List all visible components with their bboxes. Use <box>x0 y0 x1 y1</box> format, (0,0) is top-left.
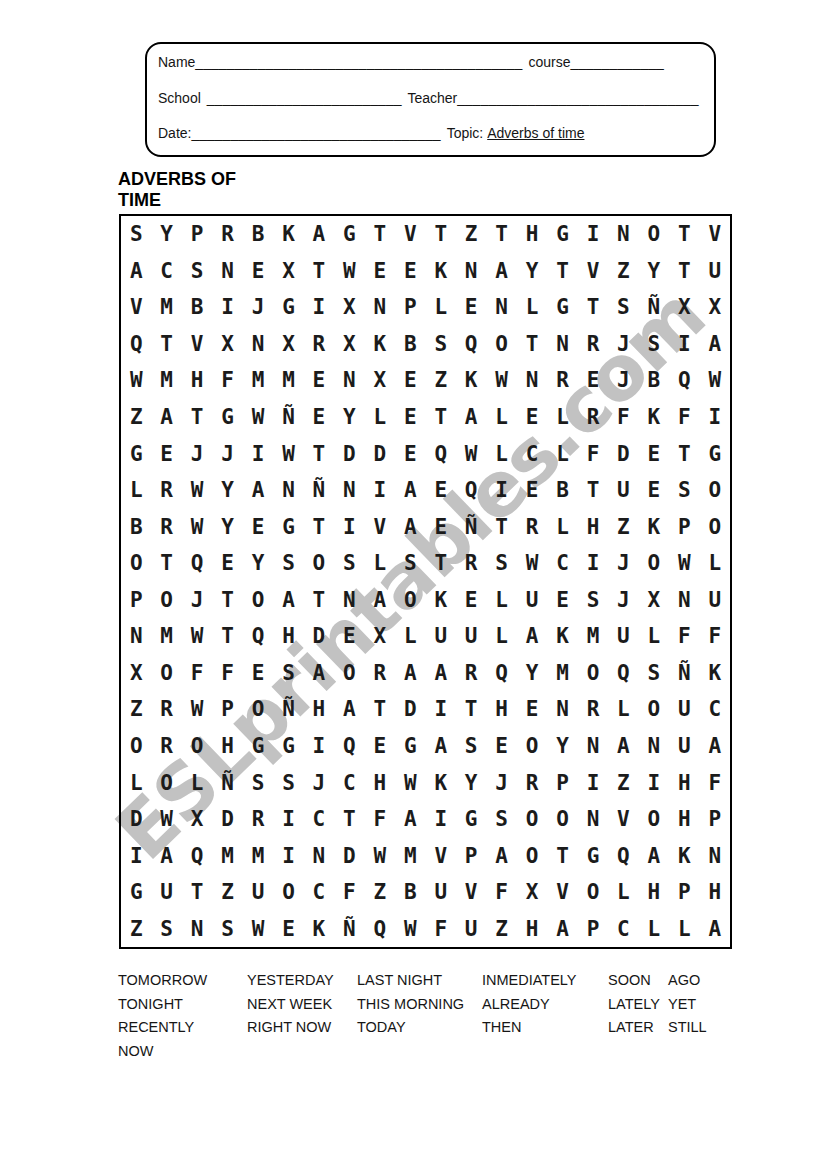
grid-cell-r11c5: O <box>243 581 273 618</box>
grid-cell-r14c10: D <box>395 691 425 728</box>
grid-cell-r14c4: P <box>212 691 242 728</box>
grid-cell-r18c16: G <box>578 837 608 874</box>
grid-cell-r7c9: D <box>365 435 395 472</box>
grid-cell-r3c2: M <box>151 289 181 326</box>
grid-cell-r5c9: X <box>365 362 395 399</box>
grid-cell-r3c4: I <box>212 289 242 326</box>
grid-cell-r13c15: M <box>547 655 577 692</box>
word-list-item: TOMORROW <box>118 969 207 993</box>
grid-cell-r12c11: U <box>426 618 456 655</box>
grid-cell-r15c8: Q <box>334 728 364 765</box>
grid-cell-r2c14: Y <box>517 253 547 290</box>
grid-cell-r6c16: R <box>578 399 608 436</box>
grid-cell-r16c13: J <box>486 764 516 801</box>
grid-cell-r13c9: R <box>365 655 395 692</box>
grid-cell-r12c7: D <box>304 618 334 655</box>
grid-cell-r16c12: Y <box>456 764 486 801</box>
grid-cell-r18c10: M <box>395 837 425 874</box>
grid-cell-r17c6: I <box>273 801 303 838</box>
grid-cell-r5c15: R <box>547 362 577 399</box>
grid-cell-r19c13: F <box>486 874 516 911</box>
grid-cell-r10c2: T <box>151 545 181 582</box>
word-list-item: NOW <box>118 1040 207 1064</box>
grid-cell-r2c4: N <box>212 253 242 290</box>
grid-cell-r10c9: L <box>365 545 395 582</box>
grid-cell-r16c19: H <box>669 764 699 801</box>
grid-cell-r8c18: E <box>639 472 669 509</box>
name-blank-field[interactable]: ________________________________________… <box>195 54 522 70</box>
grid-cell-r8c14: E <box>517 472 547 509</box>
grid-cell-r12c13: L <box>486 618 516 655</box>
grid-cell-r14c20: C <box>700 691 730 728</box>
grid-cell-r8c3: W <box>182 472 212 509</box>
grid-cell-r4c12: Q <box>456 326 486 363</box>
grid-cell-r11c10: O <box>395 581 425 618</box>
grid-cell-r1c5: B <box>243 216 273 253</box>
teacher-blank-field[interactable]: _______________________________ <box>457 90 698 106</box>
grid-cell-r17c1: D <box>121 801 151 838</box>
grid-cell-r6c7: E <box>304 399 334 436</box>
grid-cell-r15c6: G <box>273 728 303 765</box>
grid-cell-r17c4: D <box>212 801 242 838</box>
grid-cell-r2c6: X <box>273 253 303 290</box>
grid-cell-r19c19: P <box>669 874 699 911</box>
grid-cell-r12c14: A <box>517 618 547 655</box>
grid-cell-r20c1: Z <box>121 910 151 947</box>
grid-cell-r7c8: D <box>334 435 364 472</box>
grid-cell-r10c15: C <box>547 545 577 582</box>
grid-cell-r15c14: O <box>517 728 547 765</box>
grid-cell-r14c13: H <box>486 691 516 728</box>
grid-cell-r16c4: Ñ <box>212 764 242 801</box>
grid-cell-r5c13: W <box>486 362 516 399</box>
form-line-name: Name____________________________________… <box>158 54 664 70</box>
grid-cell-r19c18: H <box>639 874 669 911</box>
grid-cell-r3c1: V <box>121 289 151 326</box>
grid-cell-r16c17: Z <box>608 764 638 801</box>
grid-cell-r6c3: T <box>182 399 212 436</box>
grid-cell-r6c11: T <box>426 399 456 436</box>
grid-cell-r2c1: A <box>121 253 151 290</box>
grid-cell-r12c17: U <box>608 618 638 655</box>
grid-cell-r1c16: I <box>578 216 608 253</box>
grid-cell-r19c2: U <box>151 874 181 911</box>
grid-cell-r20c16: P <box>578 910 608 947</box>
grid-cell-r4c9: K <box>365 326 395 363</box>
grid-cell-r10c10: S <box>395 545 425 582</box>
grid-cell-r14c6: Ñ <box>273 691 303 728</box>
word-list-item: THIS MORNING <box>357 993 464 1017</box>
grid-cell-r17c3: X <box>182 801 212 838</box>
grid-cell-r5c14: N <box>517 362 547 399</box>
word-list-item: INMEDIATELY <box>482 969 577 993</box>
grid-cell-r13c6: S <box>273 655 303 692</box>
grid-cell-r5c12: K <box>456 362 486 399</box>
grid-cell-r19c9: Z <box>365 874 395 911</box>
grid-cell-r2c17: Z <box>608 253 638 290</box>
grid-cell-r5c16: E <box>578 362 608 399</box>
grid-cell-r3c14: L <box>517 289 547 326</box>
grid-cell-r1c17: N <box>608 216 638 253</box>
date-blank-field[interactable]: ________________________________ <box>191 125 440 141</box>
grid-cell-r2c20: U <box>700 253 730 290</box>
grid-cell-r13c12: R <box>456 655 486 692</box>
grid-cell-r10c7: O <box>304 545 334 582</box>
grid-cell-r9c14: R <box>517 508 547 545</box>
grid-cell-r11c9: A <box>365 581 395 618</box>
grid-cell-r9c20: O <box>700 508 730 545</box>
grid-cell-r4c17: J <box>608 326 638 363</box>
grid-cell-r13c11: A <box>426 655 456 692</box>
grid-cell-r12c9: X <box>365 618 395 655</box>
grid-cell-r8c9: I <box>365 472 395 509</box>
grid-cell-r11c1: P <box>121 581 151 618</box>
grid-cell-r20c5: W <box>243 910 273 947</box>
grid-cell-r20c6: E <box>273 910 303 947</box>
grid-cell-r1c8: G <box>334 216 364 253</box>
grid-cell-r1c9: T <box>365 216 395 253</box>
grid-cell-r19c11: U <box>426 874 456 911</box>
grid-cell-r8c19: S <box>669 472 699 509</box>
grid-cell-r12c10: L <box>395 618 425 655</box>
grid-cell-r8c13: I <box>486 472 516 509</box>
grid-cell-r6c18: K <box>639 399 669 436</box>
grid-cell-r12c6: H <box>273 618 303 655</box>
grid-cell-r11c19: N <box>669 581 699 618</box>
grid-cell-r7c16: F <box>578 435 608 472</box>
grid-cell-r15c7: I <box>304 728 334 765</box>
grid-cell-r17c15: O <box>547 801 577 838</box>
grid-cell-r8c15: B <box>547 472 577 509</box>
grid-cell-r17c18: O <box>639 801 669 838</box>
grid-cell-r12c8: E <box>334 618 364 655</box>
grid-cell-r10c12: R <box>456 545 486 582</box>
grid-cell-r8c6: N <box>273 472 303 509</box>
grid-cell-r6c19: F <box>669 399 699 436</box>
grid-cell-r9c3: W <box>182 508 212 545</box>
grid-cell-r4c5: N <box>243 326 273 363</box>
grid-cell-r1c4: R <box>212 216 242 253</box>
grid-cell-r7c12: W <box>456 435 486 472</box>
grid-cell-r20c2: S <box>151 910 181 947</box>
grid-cell-r13c2: O <box>151 655 181 692</box>
school-blank-field[interactable]: _________________________ <box>207 90 402 106</box>
grid-cell-r14c18: O <box>639 691 669 728</box>
grid-cell-r15c17: A <box>608 728 638 765</box>
grid-cell-r11c2: O <box>151 581 181 618</box>
grid-cell-r9c17: Z <box>608 508 638 545</box>
name-label: Name <box>158 54 195 70</box>
grid-cell-r3c10: P <box>395 289 425 326</box>
school-label: School <box>158 90 201 106</box>
grid-cell-r7c2: E <box>151 435 181 472</box>
grid-cell-r4c8: X <box>334 326 364 363</box>
grid-cell-r4c7: R <box>304 326 334 363</box>
grid-cell-r19c6: O <box>273 874 303 911</box>
grid-cell-r6c9: L <box>365 399 395 436</box>
grid-cell-r11c7: T <box>304 581 334 618</box>
word-list-column-1: TOMORROWTONIGHTRECENTLYNOW <box>118 969 207 1063</box>
grid-cell-r1c13: T <box>486 216 516 253</box>
grid-cell-r16c2: O <box>151 764 181 801</box>
grid-cell-r16c11: K <box>426 764 456 801</box>
grid-cell-r12c1: N <box>121 618 151 655</box>
word-list-item: ALREADY <box>482 993 577 1017</box>
word-list-column-2: YESTERDAYNEXT WEEKRIGHT NOW <box>247 969 334 1040</box>
grid-cell-r13c10: A <box>395 655 425 692</box>
grid-cell-r4c4: X <box>212 326 242 363</box>
grid-cell-r15c9: E <box>365 728 395 765</box>
grid-cell-r18c9: W <box>365 837 395 874</box>
grid-cell-r3c17: S <box>608 289 638 326</box>
grid-cell-r9c7: T <box>304 508 334 545</box>
grid-cell-r7c7: T <box>304 435 334 472</box>
word-list-item: YET <box>668 993 707 1017</box>
grid-cell-r2c18: Y <box>639 253 669 290</box>
grid-cell-r20c12: U <box>456 910 486 947</box>
grid-cell-r5c4: F <box>212 362 242 399</box>
grid-cell-r4c14: T <box>517 326 547 363</box>
grid-cell-r6c2: A <box>151 399 181 436</box>
form-line-school: School_________________________Teacher__… <box>158 90 699 106</box>
grid-cell-r18c18: A <box>639 837 669 874</box>
grid-cell-r14c19: U <box>669 691 699 728</box>
word-list-item: AGO <box>668 969 707 993</box>
word-list-item: YESTERDAY <box>247 969 334 993</box>
grid-cell-r11c16: S <box>578 581 608 618</box>
grid-cell-r1c3: P <box>182 216 212 253</box>
grid-cell-r13c8: O <box>334 655 364 692</box>
grid-cell-r8c20: O <box>700 472 730 509</box>
grid-cell-r19c5: U <box>243 874 273 911</box>
grid-cell-r18c5: M <box>243 837 273 874</box>
grid-cell-r8c17: U <box>608 472 638 509</box>
grid-cell-r8c10: A <box>395 472 425 509</box>
grid-cell-r11c3: J <box>182 581 212 618</box>
word-list-item: RECENTLY <box>118 1016 207 1040</box>
grid-cell-r1c14: H <box>517 216 547 253</box>
grid-cell-r19c4: Z <box>212 874 242 911</box>
grid-cell-r2c8: W <box>334 253 364 290</box>
grid-cell-r14c9: T <box>365 691 395 728</box>
grid-cell-r9c8: I <box>334 508 364 545</box>
word-list-item: TODAY <box>357 1016 464 1040</box>
grid-cell-r5c20: W <box>700 362 730 399</box>
grid-cell-r9c9: V <box>365 508 395 545</box>
grid-cell-r16c10: W <box>395 764 425 801</box>
grid-cell-r6c20: I <box>700 399 730 436</box>
grid-cell-r7c20: G <box>700 435 730 472</box>
grid-cell-r2c10: E <box>395 253 425 290</box>
grid-cell-r5c19: Q <box>669 362 699 399</box>
grid-cell-r11c4: T <box>212 581 242 618</box>
grid-cell-r7c4: J <box>212 435 242 472</box>
grid-cell-r8c8: N <box>334 472 364 509</box>
grid-cell-r7c15: L <box>547 435 577 472</box>
grid-cell-r7c6: W <box>273 435 303 472</box>
grid-cell-r16c18: I <box>639 764 669 801</box>
grid-cell-r10c16: I <box>578 545 608 582</box>
grid-cell-r10c5: Y <box>243 545 273 582</box>
grid-cell-r3c18: Ñ <box>639 289 669 326</box>
grid-cell-r5c17: J <box>608 362 638 399</box>
grid-cell-r16c7: J <box>304 764 334 801</box>
grid-cell-r4c15: N <box>547 326 577 363</box>
grid-cell-r3c20: X <box>700 289 730 326</box>
grid-cell-r12c2: M <box>151 618 181 655</box>
grid-cell-r14c12: T <box>456 691 486 728</box>
grid-cell-r14c8: A <box>334 691 364 728</box>
grid-cell-r20c14: H <box>517 910 547 947</box>
grid-cell-r3c11: L <box>426 289 456 326</box>
grid-cell-r4c13: O <box>486 326 516 363</box>
grid-cell-r13c14: Y <box>517 655 547 692</box>
grid-cell-r10c19: W <box>669 545 699 582</box>
grid-cell-r17c7: C <box>304 801 334 838</box>
grid-cell-r11c11: K <box>426 581 456 618</box>
worksheet-page: ESLprintables.com Name__________________… <box>0 0 821 1169</box>
grid-cell-r4c2: T <box>151 326 181 363</box>
grid-cell-r15c10: G <box>395 728 425 765</box>
grid-cell-r6c15: L <box>547 399 577 436</box>
grid-cell-r12c18: L <box>639 618 669 655</box>
grid-cell-r4c20: A <box>700 326 730 363</box>
word-list-item: THEN <box>482 1016 577 1040</box>
grid-cell-r6c4: G <box>212 399 242 436</box>
grid-cell-r15c13: E <box>486 728 516 765</box>
grid-cell-r8c5: A <box>243 472 273 509</box>
word-list-item: STILL <box>668 1016 707 1040</box>
grid-cell-r1c10: V <box>395 216 425 253</box>
course-blank-field[interactable]: ____________ <box>570 54 663 70</box>
grid-cell-r14c17: L <box>608 691 638 728</box>
grid-cell-r20c9: Q <box>365 910 395 947</box>
grid-cell-r5c7: E <box>304 362 334 399</box>
grid-cell-r2c16: V <box>578 253 608 290</box>
course-label: course <box>528 54 570 70</box>
grid-cell-r17c20: P <box>700 801 730 838</box>
grid-cell-r12c19: F <box>669 618 699 655</box>
word-list-column-3: LAST NIGHTTHIS MORNINGTODAY <box>357 969 464 1040</box>
grid-cell-r9c6: G <box>273 508 303 545</box>
grid-cell-r20c13: Z <box>486 910 516 947</box>
page-title-line2: TIME <box>118 190 236 211</box>
grid-cell-r5c8: N <box>334 362 364 399</box>
grid-cell-r7c10: E <box>395 435 425 472</box>
grid-cell-r17c11: I <box>426 801 456 838</box>
grid-cell-r18c19: K <box>669 837 699 874</box>
grid-cell-r16c1: L <box>121 764 151 801</box>
grid-cell-r13c13: Q <box>486 655 516 692</box>
grid-cell-r11c12: E <box>456 581 486 618</box>
grid-cell-r15c12: S <box>456 728 486 765</box>
grid-cell-r10c13: S <box>486 545 516 582</box>
grid-cell-r8c1: L <box>121 472 151 509</box>
word-list-item: LATELY <box>608 993 660 1017</box>
grid-cell-r10c6: S <box>273 545 303 582</box>
student-info-box: Name____________________________________… <box>145 42 716 157</box>
grid-cell-r5c2: M <box>151 362 181 399</box>
grid-cell-r15c1: O <box>121 728 151 765</box>
grid-cell-r17c14: O <box>517 801 547 838</box>
grid-cell-r18c2: A <box>151 837 181 874</box>
grid-cell-r6c13: L <box>486 399 516 436</box>
word-list-item: LAST NIGHT <box>357 969 464 993</box>
grid-cell-r11c8: N <box>334 581 364 618</box>
grid-cell-r9c19: P <box>669 508 699 545</box>
grid-cell-r3c13: N <box>486 289 516 326</box>
page-title-line1: ADVERBS OF <box>118 169 236 190</box>
grid-cell-r3c6: G <box>273 289 303 326</box>
grid-cell-r19c17: L <box>608 874 638 911</box>
grid-cell-r17c10: A <box>395 801 425 838</box>
grid-cell-r1c1: S <box>121 216 151 253</box>
grid-cell-r18c20: N <box>700 837 730 874</box>
grid-cell-r13c5: E <box>243 655 273 692</box>
grid-cell-r13c17: Q <box>608 655 638 692</box>
grid-cell-r20c4: S <box>212 910 242 947</box>
grid-cell-r4c11: S <box>426 326 456 363</box>
grid-cell-r9c2: R <box>151 508 181 545</box>
grid-cell-r12c5: Q <box>243 618 273 655</box>
grid-cell-r16c14: R <box>517 764 547 801</box>
grid-cell-r18c13: A <box>486 837 516 874</box>
grid-cell-r18c15: T <box>547 837 577 874</box>
grid-cell-r7c13: L <box>486 435 516 472</box>
grid-cell-r1c12: Z <box>456 216 486 253</box>
grid-cell-r17c12: G <box>456 801 486 838</box>
grid-cell-r15c5: G <box>243 728 273 765</box>
word-list-column-6: AGOYETSTILL <box>668 969 707 1040</box>
grid-cell-r8c12: Q <box>456 472 486 509</box>
grid-cell-r9c18: K <box>639 508 669 545</box>
grid-cell-r6c8: Y <box>334 399 364 436</box>
grid-cell-r18c14: O <box>517 837 547 874</box>
grid-cell-r9c4: Y <box>212 508 242 545</box>
grid-cell-r1c6: K <box>273 216 303 253</box>
grid-cell-r11c13: L <box>486 581 516 618</box>
grid-cell-r2c5: E <box>243 253 273 290</box>
grid-cell-r10c20: L <box>700 545 730 582</box>
grid-cell-r6c6: Ñ <box>273 399 303 436</box>
grid-cell-r1c15: G <box>547 216 577 253</box>
grid-cell-r19c1: G <box>121 874 151 911</box>
grid-cell-r20c11: F <box>426 910 456 947</box>
grid-cell-r16c3: L <box>182 764 212 801</box>
grid-cell-r11c18: X <box>639 581 669 618</box>
grid-cell-r9c15: L <box>547 508 577 545</box>
word-search-grid[interactable]: SYPRBKAGTVTZTHGINOTVACSNEXTWEEKNAYTVZYTU… <box>119 214 732 949</box>
grid-cell-r6c1: Z <box>121 399 151 436</box>
grid-cell-r3c3: B <box>182 289 212 326</box>
grid-cell-r1c7: A <box>304 216 334 253</box>
grid-cell-r10c4: E <box>212 545 242 582</box>
grid-cell-r1c11: T <box>426 216 456 253</box>
grid-cell-r9c10: A <box>395 508 425 545</box>
grid-cell-r15c20: A <box>700 728 730 765</box>
grid-cell-r4c10: B <box>395 326 425 363</box>
grid-cell-r3c16: T <box>578 289 608 326</box>
grid-cell-r19c3: T <box>182 874 212 911</box>
grid-cell-r4c18: S <box>639 326 669 363</box>
grid-cell-r11c14: U <box>517 581 547 618</box>
grid-cell-r20c7: K <box>304 910 334 947</box>
grid-cell-r9c1: B <box>121 508 151 545</box>
grid-cell-r11c15: E <box>547 581 577 618</box>
grid-cell-r5c10: E <box>395 362 425 399</box>
grid-cell-r6c10: E <box>395 399 425 436</box>
grid-cell-r12c3: W <box>182 618 212 655</box>
